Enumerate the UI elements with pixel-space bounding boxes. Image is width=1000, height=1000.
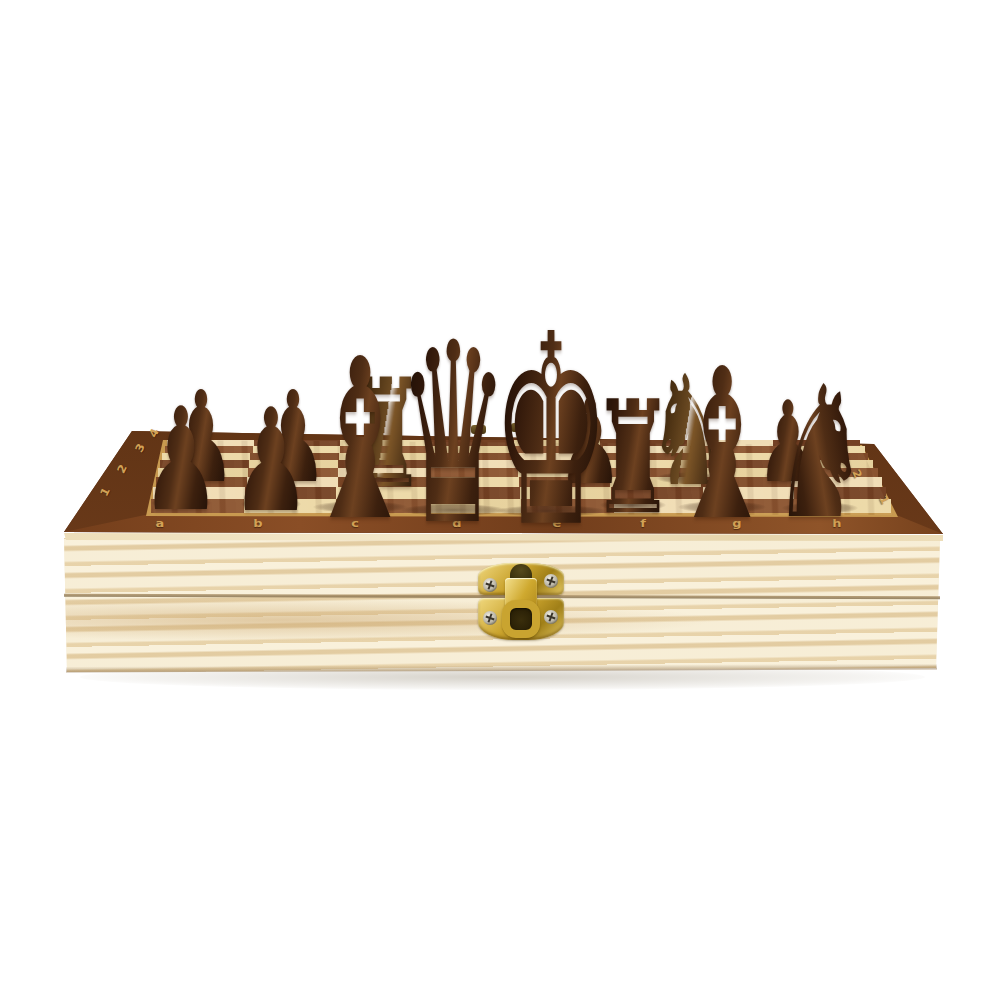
black-bishop-g1: ♝ [668, 341, 776, 549]
black-pawn-a1: ♟ [142, 389, 221, 531]
product-photo-scene: abcdefgh123412 ♟♟♟♟♞♜♟♟♜♝♝♞♛♚ [0, 0, 1000, 1000]
black-king-e1: ♚ [492, 300, 610, 564]
black-knight-h1: ♞ [771, 362, 869, 544]
latch-screw [483, 611, 497, 625]
latch-loop [502, 600, 540, 638]
black-pawn-b1: ♟ [232, 390, 311, 532]
latch-screw [544, 610, 558, 624]
